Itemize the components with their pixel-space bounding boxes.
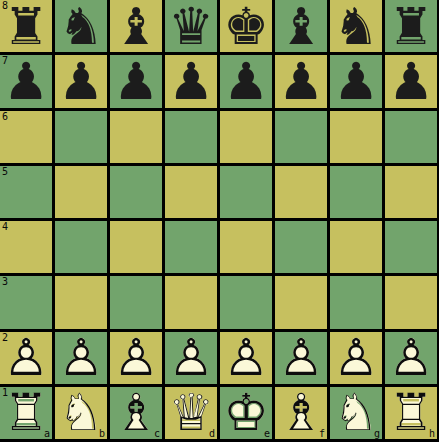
piece-white-pawn: ♟♙ [110, 332, 162, 384]
piece-black-king: ♚ [220, 0, 272, 52]
square-e7[interactable]: ♟ [220, 55, 272, 107]
square-d2[interactable]: ♟♙ [165, 332, 217, 384]
square-c5[interactable] [110, 166, 162, 218]
rank-label-1: 1 [2, 387, 8, 399]
square-f4[interactable] [275, 221, 327, 273]
chess-board: ♜8♞♝♛♚♝♞♜♟7♟♟♟♟♟♟♟6543♟♙2♟♙♟♙♟♙♟♙♟♙♟♙♟♙♜… [0, 0, 439, 442]
square-h1[interactable]: ♜♖h [385, 387, 437, 439]
file-label-c: c [154, 428, 160, 439]
piece-black-pawn: ♟ [385, 55, 437, 107]
square-h3[interactable] [385, 276, 437, 328]
square-f6[interactable] [275, 111, 327, 163]
square-b5[interactable] [55, 166, 107, 218]
square-a8[interactable]: ♜8 [0, 0, 52, 52]
square-c2[interactable]: ♟♙ [110, 332, 162, 384]
piece-black-knight: ♞ [55, 0, 107, 52]
square-g6[interactable] [330, 111, 382, 163]
piece-white-pawn: ♟♙ [165, 332, 217, 384]
rank-label-3: 3 [2, 276, 8, 288]
square-d5[interactable] [165, 166, 217, 218]
square-c6[interactable] [110, 111, 162, 163]
square-a6[interactable]: 6 [0, 111, 52, 163]
piece-black-pawn: ♟ [220, 55, 272, 107]
piece-white-pawn: ♟♙ [330, 332, 382, 384]
file-label-f: f [319, 428, 325, 439]
square-h4[interactable] [385, 221, 437, 273]
rank-label-5: 5 [2, 166, 8, 178]
square-b7[interactable]: ♟ [55, 55, 107, 107]
square-d8[interactable]: ♛ [165, 0, 217, 52]
square-d7[interactable]: ♟ [165, 55, 217, 107]
square-f1[interactable]: ♝♗f [275, 387, 327, 439]
piece-white-pawn: ♟♙ [275, 332, 327, 384]
square-h6[interactable] [385, 111, 437, 163]
square-c8[interactable]: ♝ [110, 0, 162, 52]
piece-black-pawn: ♟ [275, 55, 327, 107]
square-b2[interactable]: ♟♙ [55, 332, 107, 384]
piece-black-pawn: ♟ [110, 55, 162, 107]
square-e3[interactable] [220, 276, 272, 328]
file-label-d: d [209, 428, 215, 439]
square-e8[interactable]: ♚ [220, 0, 272, 52]
square-e4[interactable] [220, 221, 272, 273]
file-label-h: h [429, 428, 435, 439]
square-g1[interactable]: ♞♘g [330, 387, 382, 439]
square-b3[interactable] [55, 276, 107, 328]
piece-white-pawn: ♟♙ [220, 332, 272, 384]
square-e2[interactable]: ♟♙ [220, 332, 272, 384]
square-c3[interactable] [110, 276, 162, 328]
square-a5[interactable]: 5 [0, 166, 52, 218]
square-b6[interactable] [55, 111, 107, 163]
square-g4[interactable] [330, 221, 382, 273]
piece-black-knight: ♞ [330, 0, 382, 52]
file-label-a: a [44, 428, 50, 439]
piece-black-rook: ♜ [385, 0, 437, 52]
square-a2[interactable]: ♟♙2 [0, 332, 52, 384]
square-d1[interactable]: ♛♕d [165, 387, 217, 439]
square-e6[interactable] [220, 111, 272, 163]
square-g2[interactable]: ♟♙ [330, 332, 382, 384]
square-c1[interactable]: ♝♗c [110, 387, 162, 439]
piece-white-pawn: ♟♙ [385, 332, 437, 384]
square-d6[interactable] [165, 111, 217, 163]
square-b4[interactable] [55, 221, 107, 273]
rank-label-8: 8 [2, 0, 8, 12]
square-a3[interactable]: 3 [0, 276, 52, 328]
file-label-g: g [374, 428, 380, 439]
square-h2[interactable]: ♟♙ [385, 332, 437, 384]
square-c4[interactable] [110, 221, 162, 273]
square-h5[interactable] [385, 166, 437, 218]
square-g7[interactable]: ♟ [330, 55, 382, 107]
square-h8[interactable]: ♜ [385, 0, 437, 52]
square-e5[interactable] [220, 166, 272, 218]
square-e1[interactable]: ♚♔e [220, 387, 272, 439]
square-d3[interactable] [165, 276, 217, 328]
square-f7[interactable]: ♟ [275, 55, 327, 107]
piece-black-bishop: ♝ [275, 0, 327, 52]
rank-label-4: 4 [2, 221, 8, 233]
piece-black-pawn: ♟ [330, 55, 382, 107]
square-a1[interactable]: ♜♖1a [0, 387, 52, 439]
square-f5[interactable] [275, 166, 327, 218]
rank-label-2: 2 [2, 332, 8, 344]
square-f2[interactable]: ♟♙ [275, 332, 327, 384]
piece-white-pawn: ♟♙ [55, 332, 107, 384]
file-label-e: e [264, 428, 270, 439]
square-g5[interactable] [330, 166, 382, 218]
square-g3[interactable] [330, 276, 382, 328]
piece-black-pawn: ♟ [165, 55, 217, 107]
rank-label-7: 7 [2, 55, 8, 67]
square-b8[interactable]: ♞ [55, 0, 107, 52]
square-f3[interactable] [275, 276, 327, 328]
file-label-b: b [99, 428, 105, 439]
square-f8[interactable]: ♝ [275, 0, 327, 52]
piece-black-pawn: ♟ [55, 55, 107, 107]
square-b1[interactable]: ♞♘b [55, 387, 107, 439]
square-h7[interactable]: ♟ [385, 55, 437, 107]
square-d4[interactable] [165, 221, 217, 273]
square-g8[interactable]: ♞ [330, 0, 382, 52]
piece-black-queen: ♛ [165, 0, 217, 52]
piece-black-bishop: ♝ [110, 0, 162, 52]
square-a4[interactable]: 4 [0, 221, 52, 273]
square-a7[interactable]: ♟7 [0, 55, 52, 107]
rank-label-6: 6 [2, 111, 8, 123]
square-c7[interactable]: ♟ [110, 55, 162, 107]
